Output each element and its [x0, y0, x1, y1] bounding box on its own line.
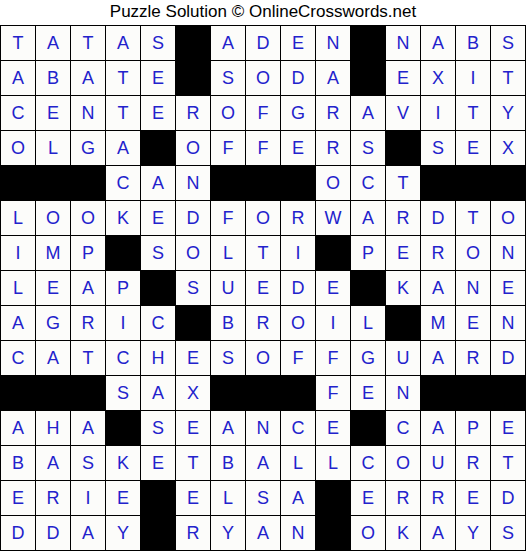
block-cell-r15c5 — [141, 516, 175, 550]
block-cell-r5c2 — [36, 166, 70, 200]
letter-cell-r12c9: C — [281, 411, 315, 445]
letter-cell-r3c7: O — [211, 96, 245, 130]
letter-cell-r15c14: Y — [456, 516, 490, 550]
letter-cell-r13c7: B — [211, 446, 245, 480]
letter-cell-r6c4: K — [106, 201, 140, 235]
block-cell-r12c4 — [106, 411, 140, 445]
letter-cell-r10c11: G — [351, 341, 385, 375]
letter-cell-r1c4: A — [106, 26, 140, 60]
letter-cell-r14c14: E — [456, 481, 490, 515]
letter-cell-r10c4: C — [106, 341, 140, 375]
letter-cell-r14c2: R — [36, 481, 70, 515]
letter-cell-r3c6: R — [176, 96, 210, 130]
page-title: Puzzle Solution © OnlineCrosswords.net — [0, 0, 526, 25]
letter-cell-r9c11: L — [351, 306, 385, 340]
letter-cell-r2c12: E — [386, 61, 420, 95]
letter-cell-r12c12: C — [386, 411, 420, 445]
block-cell-r7c4 — [106, 236, 140, 270]
letter-cell-r6c15: O — [491, 201, 525, 235]
letter-cell-r15c4: Y — [106, 516, 140, 550]
letter-cell-r12c6: E — [176, 411, 210, 445]
letter-cell-r12c10: E — [316, 411, 350, 445]
letter-cell-r9c7: B — [211, 306, 245, 340]
letter-cell-r13c5: E — [141, 446, 175, 480]
letter-cell-r15c9: N — [281, 516, 315, 550]
letter-cell-r4c8: F — [246, 131, 280, 165]
letter-cell-r1c1: T — [1, 26, 35, 60]
letter-cell-r8c9: D — [281, 271, 315, 305]
letter-cell-r9c2: G — [36, 306, 70, 340]
letter-cell-r8c14: N — [456, 271, 490, 305]
block-cell-r11c13 — [421, 376, 455, 410]
letter-cell-r6c5: E — [141, 201, 175, 235]
letter-cell-r15c2: D — [36, 516, 70, 550]
letter-cell-r1c12: N — [386, 26, 420, 60]
letter-cell-r7c15: N — [491, 236, 525, 270]
letter-cell-r14c6: E — [176, 481, 210, 515]
letter-cell-r9c9: O — [281, 306, 315, 340]
letter-cell-r10c9: F — [281, 341, 315, 375]
letter-cell-r6c8: O — [246, 201, 280, 235]
letter-cell-r10c1: C — [1, 341, 35, 375]
letter-cell-r4c13: S — [421, 131, 455, 165]
letter-cell-r8c10: E — [316, 271, 350, 305]
block-cell-r14c5 — [141, 481, 175, 515]
letter-cell-r3c10: R — [316, 96, 350, 130]
block-cell-r11c15 — [491, 376, 525, 410]
letter-cell-r12c5: S — [141, 411, 175, 445]
letter-cell-r3c15: Y — [491, 96, 525, 130]
letter-cell-r1c13: A — [421, 26, 455, 60]
block-cell-r2c6 — [176, 61, 210, 95]
letter-cell-r5c12: T — [386, 166, 420, 200]
letter-cell-r2c15: T — [491, 61, 525, 95]
letter-cell-r9c15: N — [491, 306, 525, 340]
letter-cell-r12c13: A — [421, 411, 455, 445]
letter-cell-r7c6: O — [176, 236, 210, 270]
letter-cell-r3c5: E — [141, 96, 175, 130]
letter-cell-r2c1: A — [1, 61, 35, 95]
letter-cell-r2c9: D — [281, 61, 315, 95]
letter-cell-r2c4: T — [106, 61, 140, 95]
letter-cell-r5c10: O — [316, 166, 350, 200]
letter-cell-r4c9: E — [281, 131, 315, 165]
letter-cell-r7c2: M — [36, 236, 70, 270]
letter-cell-r6c2: O — [36, 201, 70, 235]
block-cell-r5c1 — [1, 166, 35, 200]
letter-cell-r6c3: O — [71, 201, 105, 235]
letter-cell-r13c13: U — [421, 446, 455, 480]
letter-cell-r14c1: E — [1, 481, 35, 515]
letter-cell-r1c2: A — [36, 26, 70, 60]
letter-cell-r8c8: E — [246, 271, 280, 305]
block-cell-r5c3 — [71, 166, 105, 200]
letter-cell-r1c15: S — [491, 26, 525, 60]
letter-cell-r14c11: E — [351, 481, 385, 515]
letter-cell-r7c9: I — [281, 236, 315, 270]
letter-cell-r3c9: G — [281, 96, 315, 130]
letter-cell-r8c1: L — [1, 271, 35, 305]
letter-cell-r9c10: I — [316, 306, 350, 340]
crossword-grid: TATASADENNABSABATESODAEXITCENTEROFGRAVIT… — [0, 25, 526, 551]
letter-cell-r12c2: H — [36, 411, 70, 445]
letter-cell-r13c8: A — [246, 446, 280, 480]
letter-cell-r7c13: R — [421, 236, 455, 270]
letter-cell-r10c12: U — [386, 341, 420, 375]
block-cell-r1c6 — [176, 26, 210, 60]
letter-cell-r13c10: L — [316, 446, 350, 480]
block-cell-r4c5 — [141, 131, 175, 165]
letter-cell-r14c12: R — [386, 481, 420, 515]
letter-cell-r1c7: A — [211, 26, 245, 60]
letter-cell-r9c1: A — [1, 306, 35, 340]
letter-cell-r13c3: S — [71, 446, 105, 480]
letter-cell-r12c8: N — [246, 411, 280, 445]
block-cell-r11c7 — [211, 376, 245, 410]
letter-cell-r8c3: A — [71, 271, 105, 305]
letter-cell-r1c5: S — [141, 26, 175, 60]
letter-cell-r2c3: A — [71, 61, 105, 95]
letter-cell-r5c11: C — [351, 166, 385, 200]
puzzle-solution-page: Puzzle Solution © OnlineCrosswords.net T… — [0, 0, 526, 551]
letter-cell-r12c14: P — [456, 411, 490, 445]
letter-cell-r7c5: S — [141, 236, 175, 270]
letter-cell-r6c9: R — [281, 201, 315, 235]
letter-cell-r15c15: S — [491, 516, 525, 550]
letter-cell-r7c1: I — [1, 236, 35, 270]
letter-cell-r10c10: F — [316, 341, 350, 375]
letter-cell-r15c12: K — [386, 516, 420, 550]
letter-cell-r14c13: R — [421, 481, 455, 515]
letter-cell-r11c5: A — [141, 376, 175, 410]
letter-cell-r4c14: E — [456, 131, 490, 165]
block-cell-r8c5 — [141, 271, 175, 305]
letter-cell-r7c3: P — [71, 236, 105, 270]
letter-cell-r5c4: C — [106, 166, 140, 200]
letter-cell-r2c7: S — [211, 61, 245, 95]
letter-cell-r5c5: A — [141, 166, 175, 200]
block-cell-r8c11 — [351, 271, 385, 305]
block-cell-r5c7 — [211, 166, 245, 200]
block-cell-r11c1 — [1, 376, 35, 410]
letter-cell-r2c13: X — [421, 61, 455, 95]
letter-cell-r12c1: A — [1, 411, 35, 445]
letter-cell-r2c5: E — [141, 61, 175, 95]
letter-cell-r10c3: T — [71, 341, 105, 375]
letter-cell-r4c10: R — [316, 131, 350, 165]
letter-cell-r14c4: E — [106, 481, 140, 515]
letter-cell-r4c6: O — [176, 131, 210, 165]
letter-cell-r7c11: P — [351, 236, 385, 270]
block-cell-r1c11 — [351, 26, 385, 60]
letter-cell-r3c12: V — [386, 96, 420, 130]
letter-cell-r15c3: A — [71, 516, 105, 550]
letter-cell-r3c2: E — [36, 96, 70, 130]
letter-cell-r8c4: P — [106, 271, 140, 305]
block-cell-r5c9 — [281, 166, 315, 200]
letter-cell-r10c8: O — [246, 341, 280, 375]
block-cell-r14c10 — [316, 481, 350, 515]
letter-cell-r7c14: O — [456, 236, 490, 270]
letter-cell-r15c7: Y — [211, 516, 245, 550]
letter-cell-r11c6: X — [176, 376, 210, 410]
letter-cell-r3c8: F — [246, 96, 280, 130]
letter-cell-r3c4: T — [106, 96, 140, 130]
letter-cell-r12c3: A — [71, 411, 105, 445]
block-cell-r11c8 — [246, 376, 280, 410]
letter-cell-r9c8: R — [246, 306, 280, 340]
letter-cell-r1c9: E — [281, 26, 315, 60]
block-cell-r7c10 — [316, 236, 350, 270]
letter-cell-r14c7: L — [211, 481, 245, 515]
letter-cell-r13c6: T — [176, 446, 210, 480]
letter-cell-r6c1: L — [1, 201, 35, 235]
letter-cell-r15c6: R — [176, 516, 210, 550]
letter-cell-r1c14: B — [456, 26, 490, 60]
letter-cell-r1c3: T — [71, 26, 105, 60]
letter-cell-r2c10: A — [316, 61, 350, 95]
letter-cell-r6c12: R — [386, 201, 420, 235]
letter-cell-r11c11: E — [351, 376, 385, 410]
letter-cell-r2c14: I — [456, 61, 490, 95]
block-cell-r5c14 — [456, 166, 490, 200]
letter-cell-r6c7: F — [211, 201, 245, 235]
letter-cell-r10c2: A — [36, 341, 70, 375]
letter-cell-r13c2: A — [36, 446, 70, 480]
letter-cell-r7c8: T — [246, 236, 280, 270]
letter-cell-r6c11: A — [351, 201, 385, 235]
letter-cell-r9c13: M — [421, 306, 455, 340]
letter-cell-r4c7: F — [211, 131, 245, 165]
letter-cell-r1c10: N — [316, 26, 350, 60]
letter-cell-r15c1: D — [1, 516, 35, 550]
letter-cell-r14c8: S — [246, 481, 280, 515]
letter-cell-r15c11: O — [351, 516, 385, 550]
block-cell-r5c13 — [421, 166, 455, 200]
block-cell-r2c11 — [351, 61, 385, 95]
letter-cell-r8c13: A — [421, 271, 455, 305]
letter-cell-r10c13: A — [421, 341, 455, 375]
letter-cell-r4c4: A — [106, 131, 140, 165]
letter-cell-r1c8: D — [246, 26, 280, 60]
block-cell-r9c6 — [176, 306, 210, 340]
letter-cell-r7c7: L — [211, 236, 245, 270]
letter-cell-r6c13: D — [421, 201, 455, 235]
letter-cell-r2c2: B — [36, 61, 70, 95]
letter-cell-r5c6: N — [176, 166, 210, 200]
letter-cell-r6c10: W — [316, 201, 350, 235]
letter-cell-r10c7: S — [211, 341, 245, 375]
letter-cell-r14c3: I — [71, 481, 105, 515]
letter-cell-r3c1: C — [1, 96, 35, 130]
letter-cell-r10c6: E — [176, 341, 210, 375]
block-cell-r11c2 — [36, 376, 70, 410]
letter-cell-r3c13: I — [421, 96, 455, 130]
letter-cell-r11c10: F — [316, 376, 350, 410]
block-cell-r12c11 — [351, 411, 385, 445]
letter-cell-r8c12: K — [386, 271, 420, 305]
letter-cell-r14c15: D — [491, 481, 525, 515]
letter-cell-r9c3: R — [71, 306, 105, 340]
letter-cell-r10c15: D — [491, 341, 525, 375]
letter-cell-r9c14: E — [456, 306, 490, 340]
letter-cell-r10c5: H — [141, 341, 175, 375]
letter-cell-r2c8: O — [246, 61, 280, 95]
letter-cell-r4c15: X — [491, 131, 525, 165]
letter-cell-r7c12: E — [386, 236, 420, 270]
letter-cell-r13c4: K — [106, 446, 140, 480]
letter-cell-r8c7: U — [211, 271, 245, 305]
letter-cell-r4c11: S — [351, 131, 385, 165]
letter-cell-r11c4: S — [106, 376, 140, 410]
letter-cell-r8c6: S — [176, 271, 210, 305]
letter-cell-r6c6: D — [176, 201, 210, 235]
block-cell-r5c15 — [491, 166, 525, 200]
letter-cell-r14c9: A — [281, 481, 315, 515]
letter-cell-r13c11: C — [351, 446, 385, 480]
letter-cell-r9c4: I — [106, 306, 140, 340]
letter-cell-r4c2: L — [36, 131, 70, 165]
block-cell-r11c3 — [71, 376, 105, 410]
letter-cell-r13c14: R — [456, 446, 490, 480]
letter-cell-r3c11: A — [351, 96, 385, 130]
block-cell-r11c9 — [281, 376, 315, 410]
letter-cell-r8c2: E — [36, 271, 70, 305]
block-cell-r11c14 — [456, 376, 490, 410]
letter-cell-r3c3: N — [71, 96, 105, 130]
letter-cell-r4c1: O — [1, 131, 35, 165]
letter-cell-r10c14: R — [456, 341, 490, 375]
letter-cell-r13c9: L — [281, 446, 315, 480]
block-cell-r15c10 — [316, 516, 350, 550]
letter-cell-r8c15: E — [491, 271, 525, 305]
letter-cell-r6c14: T — [456, 201, 490, 235]
letter-cell-r12c15: E — [491, 411, 525, 445]
letter-cell-r13c15: T — [491, 446, 525, 480]
letter-cell-r15c13: A — [421, 516, 455, 550]
letter-cell-r9c5: C — [141, 306, 175, 340]
block-cell-r4c12 — [386, 131, 420, 165]
letter-cell-r12c7: A — [211, 411, 245, 445]
letter-cell-r13c1: B — [1, 446, 35, 480]
letter-cell-r15c8: A — [246, 516, 280, 550]
block-cell-r9c12 — [386, 306, 420, 340]
letter-cell-r4c3: G — [71, 131, 105, 165]
letter-cell-r11c12: N — [386, 376, 420, 410]
block-cell-r5c8 — [246, 166, 280, 200]
letter-cell-r13c12: O — [386, 446, 420, 480]
letter-cell-r3c14: T — [456, 96, 490, 130]
